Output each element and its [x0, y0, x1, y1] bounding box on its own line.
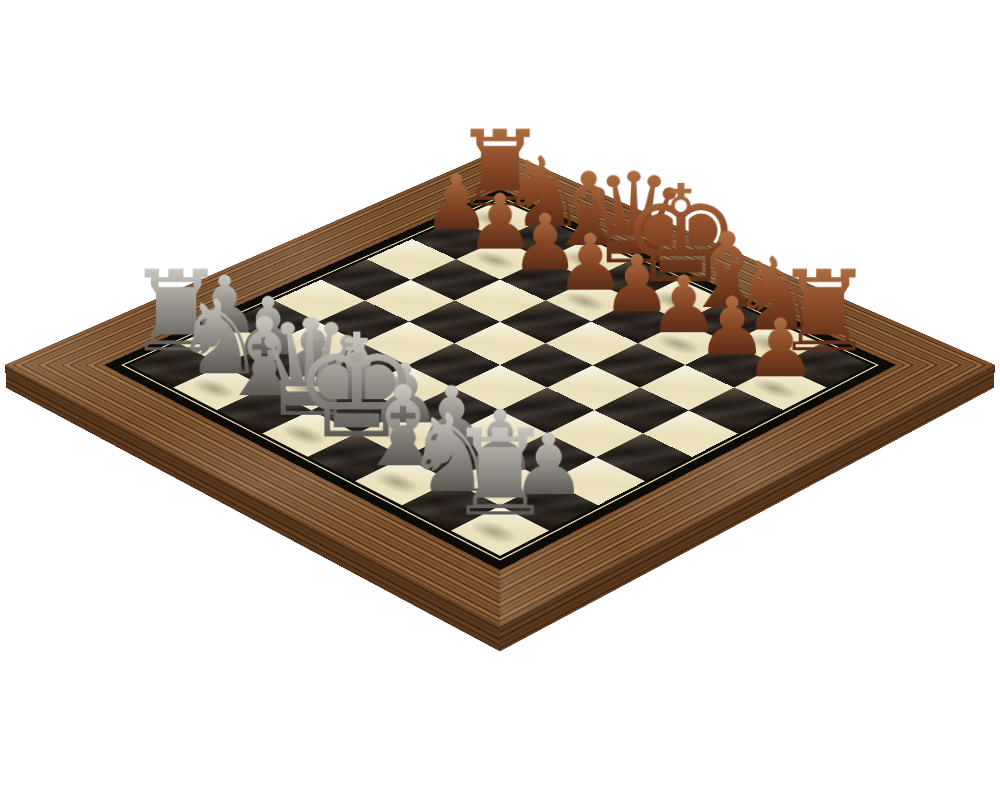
black-p-glyph: ♟: [700, 309, 861, 390]
product-photo-scene: ♜♞♝♛♚♝♞♜♟♟♟♟♟♟♟♟♟♟♟♟♟♟♟♟♜♞♝♛♚♝♞♜: [0, 0, 1000, 800]
square-h1: ♜: [451, 505, 550, 555]
board-black-border: ♜♞♝♛♚♝♞♜♟♟♟♟♟♟♟♟♟♟♟♟♟♟♟♟♜♞♝♛♚♝♞♜: [104, 189, 896, 570]
white-r-glyph: ♜: [415, 413, 586, 533]
chess-board: ♜♞♝♛♚♝♞♜♟♟♟♟♟♟♟♟♟♟♟♟♟♟♟♟♜♞♝♛♚♝♞♜: [5, 149, 995, 627]
square-h6: [689, 387, 783, 433]
